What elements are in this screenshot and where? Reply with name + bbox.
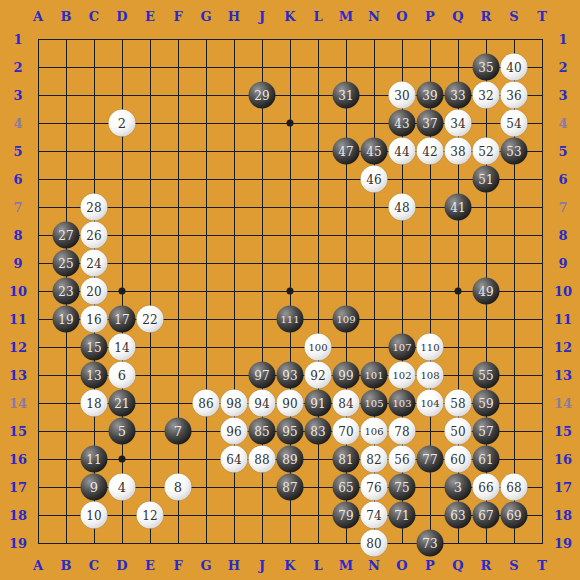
stone-white-P12: 110	[417, 334, 444, 361]
col-label-bottom-D: D	[116, 558, 127, 573]
col-label-top-L: L	[313, 9, 322, 24]
stone-black-J15: 85	[249, 418, 276, 445]
stone-black-R13: 55	[473, 362, 500, 389]
stone-black-K15: 95	[277, 418, 304, 445]
stone-white-C14: 18	[81, 390, 108, 417]
row-label-right-11: 11	[554, 312, 572, 327]
stone-black-R2: 35	[473, 54, 500, 81]
row-label-right-19: 19	[554, 536, 572, 551]
col-label-top-N: N	[368, 9, 380, 24]
stone-black-J3: 29	[249, 82, 276, 109]
stone-black-L14: 91	[305, 390, 332, 417]
stone-white-N17: 76	[361, 474, 388, 501]
row-label-left-6: 6	[13, 172, 22, 187]
stone-white-M15: 70	[333, 418, 360, 445]
col-label-bottom-H: H	[228, 558, 240, 573]
row-label-right-5: 5	[558, 144, 567, 159]
stone-white-D17: 4	[109, 474, 136, 501]
stone-black-K11: 111	[277, 306, 304, 333]
stone-white-Q14: 58	[445, 390, 472, 417]
col-label-bottom-T: T	[537, 558, 547, 573]
stone-white-D13: 6	[109, 362, 136, 389]
stone-white-N15: 106	[361, 418, 388, 445]
stone-black-C13: 13	[81, 362, 108, 389]
stone-black-S5: 53	[501, 138, 528, 165]
stone-white-J16: 88	[249, 446, 276, 473]
row-label-left-2: 2	[13, 60, 22, 75]
stone-white-R3: 32	[473, 82, 500, 109]
row-label-right-17: 17	[554, 480, 572, 495]
row-label-right-10: 10	[554, 284, 572, 299]
col-label-bottom-R: R	[481, 558, 492, 573]
stone-white-O7: 48	[389, 194, 416, 221]
stone-white-R17: 66	[473, 474, 500, 501]
stone-white-J14: 94	[249, 390, 276, 417]
stone-black-C17: 9	[81, 474, 108, 501]
stone-black-P3: 39	[417, 82, 444, 109]
stone-black-M11: 109	[333, 306, 360, 333]
row-label-left-4: 4	[13, 116, 22, 131]
stone-white-O16: 56	[389, 446, 416, 473]
col-label-top-K: K	[284, 9, 295, 24]
row-label-right-4: 4	[558, 116, 567, 131]
row-label-left-16: 16	[9, 452, 27, 467]
row-label-left-10: 10	[9, 284, 27, 299]
stone-white-R5: 52	[473, 138, 500, 165]
row-label-right-16: 16	[554, 452, 572, 467]
stone-white-H16: 64	[221, 446, 248, 473]
col-label-top-A: A	[33, 9, 43, 24]
stone-black-R15: 57	[473, 418, 500, 445]
stone-black-R10: 49	[473, 278, 500, 305]
stone-black-R16: 61	[473, 446, 500, 473]
stone-white-M14: 84	[333, 390, 360, 417]
star-point-D10	[119, 288, 126, 295]
col-label-bottom-N: N	[368, 558, 380, 573]
stone-white-D12: 14	[109, 334, 136, 361]
stone-black-O12: 107	[389, 334, 416, 361]
stone-black-K16: 89	[277, 446, 304, 473]
stone-black-Q18: 63	[445, 502, 472, 529]
row-label-left-19: 19	[9, 536, 27, 551]
stone-black-P4: 37	[417, 110, 444, 137]
stone-white-L12: 100	[305, 334, 332, 361]
row-label-left-8: 8	[13, 228, 22, 243]
col-label-bottom-Q: Q	[452, 558, 463, 573]
stone-white-Q4: 34	[445, 110, 472, 137]
row-label-left-11: 11	[9, 312, 27, 327]
stone-black-C12: 15	[81, 334, 108, 361]
col-label-bottom-A: A	[33, 558, 43, 573]
row-label-right-15: 15	[554, 424, 572, 439]
stone-white-E11: 22	[137, 306, 164, 333]
row-label-left-12: 12	[9, 340, 27, 355]
col-label-top-D: D	[116, 9, 127, 24]
stone-black-M18: 79	[333, 502, 360, 529]
stone-black-M16: 81	[333, 446, 360, 473]
stone-white-C9: 24	[81, 250, 108, 277]
stone-white-C10: 20	[81, 278, 108, 305]
col-label-bottom-L: L	[313, 558, 322, 573]
col-label-bottom-J: J	[259, 558, 265, 573]
row-label-left-7: 7	[13, 200, 22, 215]
col-label-bottom-B: B	[61, 558, 72, 573]
stone-black-B9: 25	[53, 250, 80, 277]
row-label-left-15: 15	[9, 424, 27, 439]
col-label-top-S: S	[509, 9, 518, 24]
col-label-top-P: P	[425, 9, 435, 24]
stone-white-E18: 12	[137, 502, 164, 529]
stone-white-S2: 40	[501, 54, 528, 81]
stone-white-H14: 98	[221, 390, 248, 417]
stone-white-F17: 8	[165, 474, 192, 501]
stone-black-J13: 97	[249, 362, 276, 389]
row-label-left-1: 1	[13, 32, 22, 47]
stone-black-K13: 93	[277, 362, 304, 389]
stone-white-S17: 68	[501, 474, 528, 501]
stone-black-N13: 101	[361, 362, 388, 389]
col-label-bottom-F: F	[173, 558, 182, 573]
col-label-bottom-S: S	[509, 558, 518, 573]
stone-black-L15: 83	[305, 418, 332, 445]
star-point-Q10	[455, 288, 462, 295]
row-label-right-1: 1	[558, 32, 567, 47]
stone-white-S3: 36	[501, 82, 528, 109]
stone-white-G14: 86	[193, 390, 220, 417]
stone-white-Q5: 38	[445, 138, 472, 165]
stone-black-B8: 27	[53, 222, 80, 249]
col-label-bottom-M: M	[339, 558, 353, 573]
col-label-bottom-O: O	[396, 558, 407, 573]
col-label-bottom-P: P	[425, 558, 435, 573]
col-label-top-G: G	[200, 9, 211, 24]
row-label-right-12: 12	[554, 340, 572, 355]
col-label-top-Q: Q	[452, 9, 463, 24]
row-label-left-3: 3	[13, 88, 22, 103]
stone-black-O14: 103	[389, 390, 416, 417]
stone-black-O17: 75	[389, 474, 416, 501]
col-label-top-E: E	[145, 9, 155, 24]
stone-black-D11: 17	[109, 306, 136, 333]
stone-white-O13: 102	[389, 362, 416, 389]
stone-white-P14: 104	[417, 390, 444, 417]
col-label-bottom-G: G	[200, 558, 211, 573]
col-label-top-J: J	[259, 9, 265, 24]
row-label-right-14: 14	[554, 396, 572, 411]
row-label-right-18: 18	[554, 508, 572, 523]
stone-black-O18: 71	[389, 502, 416, 529]
col-label-bottom-K: K	[284, 558, 295, 573]
stone-white-C18: 10	[81, 502, 108, 529]
stone-white-P13: 108	[417, 362, 444, 389]
stone-black-K17: 87	[277, 474, 304, 501]
row-label-right-8: 8	[558, 228, 567, 243]
stone-black-N14: 105	[361, 390, 388, 417]
stone-white-C11: 16	[81, 306, 108, 333]
stone-white-Q16: 60	[445, 446, 472, 473]
stone-white-O15: 78	[389, 418, 416, 445]
row-label-right-13: 13	[554, 368, 572, 383]
stone-black-O4: 43	[389, 110, 416, 137]
stone-black-R14: 59	[473, 390, 500, 417]
row-label-left-9: 9	[13, 256, 22, 271]
stone-white-L13: 92	[305, 362, 332, 389]
col-label-top-M: M	[339, 9, 353, 24]
stone-black-Q7: 41	[445, 194, 472, 221]
stone-white-N16: 82	[361, 446, 388, 473]
row-label-right-9: 9	[558, 256, 567, 271]
stone-white-K14: 90	[277, 390, 304, 417]
stone-white-N6: 46	[361, 166, 388, 193]
go-board[interactable]: AABBCCDDEEFFGGHHJJKKLLMMNNOOPPQQRRSSTT11…	[0, 0, 580, 580]
col-label-top-T: T	[537, 9, 547, 24]
stone-white-N19: 80	[361, 530, 388, 557]
stone-white-H15: 96	[221, 418, 248, 445]
stone-white-N18: 74	[361, 502, 388, 529]
col-label-top-R: R	[481, 9, 492, 24]
stone-black-R6: 51	[473, 166, 500, 193]
col-label-top-B: B	[61, 9, 72, 24]
stone-white-C8: 26	[81, 222, 108, 249]
row-label-left-18: 18	[9, 508, 27, 523]
stone-black-C16: 11	[81, 446, 108, 473]
stone-black-D15: 5	[109, 418, 136, 445]
stone-black-P19: 73	[417, 530, 444, 557]
stone-white-Q15: 50	[445, 418, 472, 445]
col-label-top-H: H	[228, 9, 240, 24]
stone-black-M3: 31	[333, 82, 360, 109]
stone-black-B11: 19	[53, 306, 80, 333]
stone-black-P16: 77	[417, 446, 444, 473]
stone-black-R18: 67	[473, 502, 500, 529]
stone-black-M17: 65	[333, 474, 360, 501]
stone-white-D4: 2	[109, 110, 136, 137]
col-label-top-O: O	[396, 9, 407, 24]
stone-black-F15: 7	[165, 418, 192, 445]
stone-white-P5: 42	[417, 138, 444, 165]
col-label-bottom-C: C	[89, 558, 99, 573]
row-label-left-14: 14	[9, 396, 27, 411]
row-label-left-5: 5	[13, 144, 22, 159]
row-label-left-13: 13	[9, 368, 27, 383]
row-label-left-17: 17	[9, 480, 27, 495]
stone-black-Q17: 3	[445, 474, 472, 501]
stone-black-B10: 23	[53, 278, 80, 305]
stone-black-M13: 99	[333, 362, 360, 389]
row-label-right-3: 3	[558, 88, 567, 103]
col-label-top-C: C	[89, 9, 99, 24]
stone-white-S4: 54	[501, 110, 528, 137]
stone-black-D14: 21	[109, 390, 136, 417]
stone-white-C7: 28	[81, 194, 108, 221]
row-label-right-6: 6	[558, 172, 567, 187]
stone-black-S18: 69	[501, 502, 528, 529]
row-label-right-7: 7	[558, 200, 567, 215]
stone-black-N5: 45	[361, 138, 388, 165]
star-point-D16	[119, 456, 126, 463]
star-point-K4	[287, 120, 294, 127]
stone-black-Q3: 33	[445, 82, 472, 109]
stone-white-O3: 30	[389, 82, 416, 109]
row-label-right-2: 2	[558, 60, 567, 75]
col-label-bottom-E: E	[145, 558, 155, 573]
star-point-K10	[287, 288, 294, 295]
col-label-top-F: F	[173, 9, 182, 24]
stone-white-O5: 44	[389, 138, 416, 165]
stone-black-M5: 47	[333, 138, 360, 165]
